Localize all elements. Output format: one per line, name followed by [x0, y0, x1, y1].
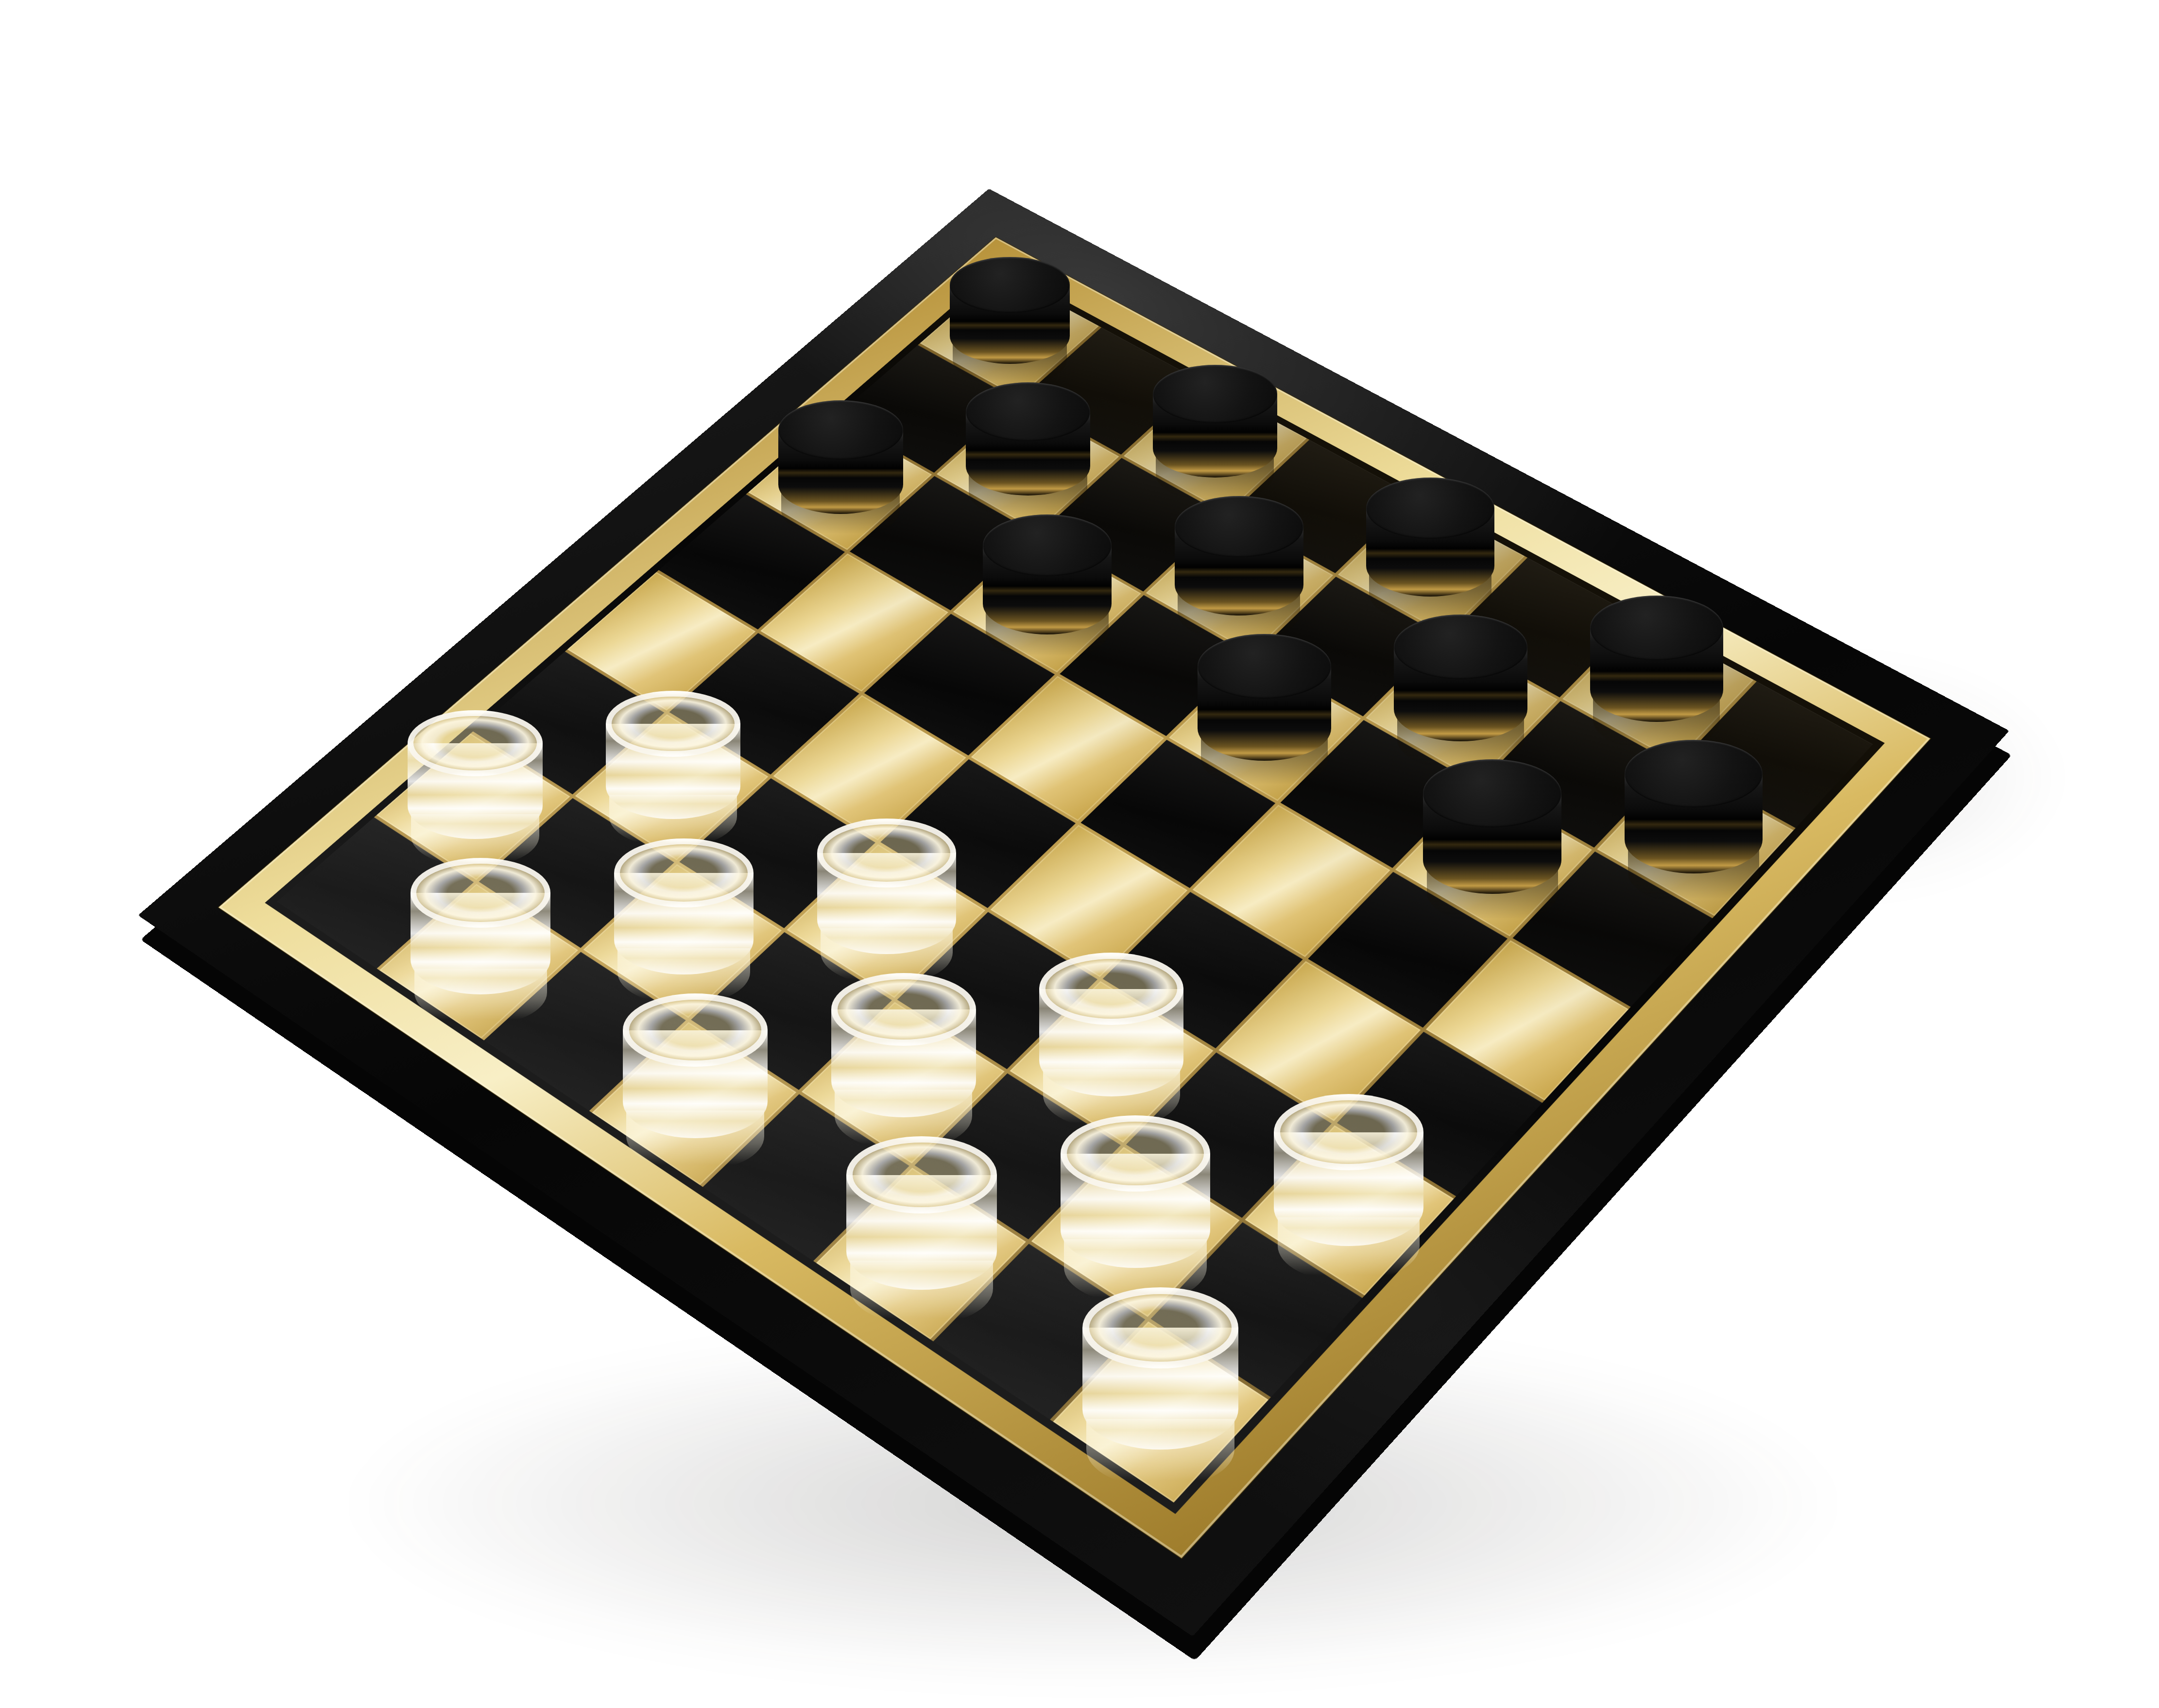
piece-top-face: [623, 993, 768, 1067]
piece-top-face: [1082, 1287, 1238, 1368]
piece-top-face: [817, 819, 957, 888]
piece-top-face: [983, 514, 1112, 576]
piece-top-face: [1061, 1115, 1211, 1192]
piece-top-face: [408, 710, 542, 776]
piece-top-face: [1625, 740, 1763, 807]
piece-top-face: [606, 691, 740, 756]
piece-top-face: [1198, 634, 1331, 699]
scene: [0, 0, 2159, 1708]
piece-top-face: [614, 838, 754, 908]
piece-top-face: [1590, 596, 1723, 660]
piece-top-face: [966, 382, 1090, 441]
piece-top-face: [846, 1136, 997, 1213]
piece-top-face: [1423, 759, 1561, 827]
piece-top-face: [950, 257, 1070, 313]
piece-top-face: [778, 400, 903, 460]
pieces-layer: [0, 0, 2159, 1708]
piece-top-face: [1039, 953, 1183, 1025]
piece-top-face: [411, 858, 550, 927]
piece-top-face: [1274, 1094, 1423, 1170]
piece-top-face: [1153, 365, 1277, 424]
piece-top-face: [1175, 496, 1303, 558]
piece-top-face: [831, 973, 976, 1046]
piece-top-face: [1366, 478, 1495, 539]
piece-top-face: [1394, 615, 1527, 679]
